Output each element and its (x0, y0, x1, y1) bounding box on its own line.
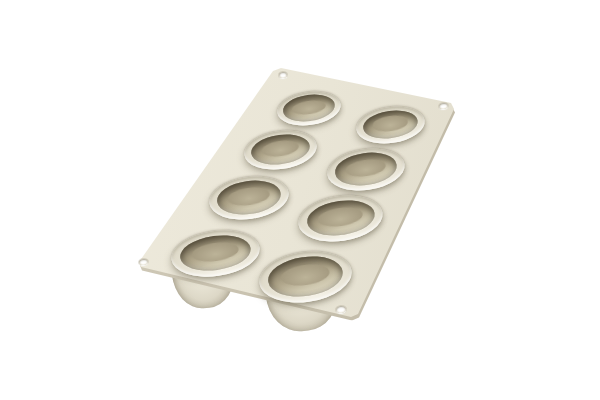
mold-sheet (0, 0, 600, 400)
product-photo-stage (0, 0, 600, 400)
